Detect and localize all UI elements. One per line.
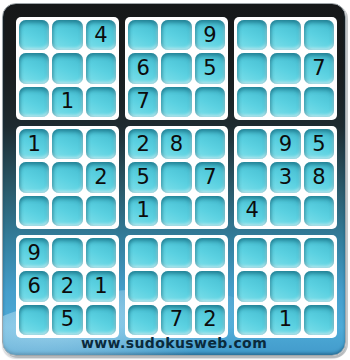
cell-r8c9[interactable]: [304, 271, 334, 301]
cell-r4c8[interactable]: 9: [270, 129, 300, 159]
cell-r1c7[interactable]: [237, 20, 267, 50]
cell-r2c2[interactable]: [52, 53, 82, 83]
board-frame: 419657712285719538496215721 www.sudokusw…: [2, 3, 346, 356]
cell-r1c3[interactable]: 4: [86, 20, 116, 50]
cell-r4c1[interactable]: 1: [19, 129, 49, 159]
cell-r5c4[interactable]: 5: [128, 162, 158, 192]
cell-r1c6[interactable]: 9: [195, 20, 225, 50]
cell-r6c1[interactable]: [19, 196, 49, 226]
cell-r4c5[interactable]: 8: [161, 129, 191, 159]
box-5: 28571: [125, 126, 228, 229]
cell-r1c2[interactable]: [52, 20, 82, 50]
cell-r8c4[interactable]: [128, 271, 158, 301]
cell-r9c5[interactable]: 7: [161, 305, 191, 335]
cell-r4c4[interactable]: 2: [128, 129, 158, 159]
cell-r6c7[interactable]: 4: [237, 196, 267, 226]
box-9: 1: [234, 235, 337, 338]
cell-r1c9[interactable]: [304, 20, 334, 50]
box-7: 96215: [16, 235, 119, 338]
cell-r2c7[interactable]: [237, 53, 267, 83]
cell-r1c5[interactable]: [161, 20, 191, 50]
cell-r6c2[interactable]: [52, 196, 82, 226]
cell-r3c6[interactable]: [195, 87, 225, 117]
cell-r5c9[interactable]: 8: [304, 162, 334, 192]
cell-r4c3[interactable]: [86, 129, 116, 159]
cell-r9c1[interactable]: [19, 305, 49, 335]
cell-r5c1[interactable]: [19, 162, 49, 192]
cell-r6c6[interactable]: [195, 196, 225, 226]
cell-r2c4[interactable]: 6: [128, 53, 158, 83]
cell-r7c4[interactable]: [128, 238, 158, 268]
cell-r2c1[interactable]: [19, 53, 49, 83]
cell-r8c1[interactable]: 6: [19, 271, 49, 301]
cell-r3c2[interactable]: 1: [52, 87, 82, 117]
box-6: 95384: [234, 126, 337, 229]
cell-r4c2[interactable]: [52, 129, 82, 159]
cell-r9c4[interactable]: [128, 305, 158, 335]
cell-r7c8[interactable]: [270, 238, 300, 268]
cell-r4c6[interactable]: [195, 129, 225, 159]
cell-r7c5[interactable]: [161, 238, 191, 268]
cell-r1c4[interactable]: [128, 20, 158, 50]
sudoku-page: 419657712285719538496215721 www.sudokusw…: [0, 0, 350, 360]
cell-r5c5[interactable]: [161, 162, 191, 192]
box-4: 12: [16, 126, 119, 229]
site-url[interactable]: www.sudokusweb.com: [3, 334, 345, 352]
box-2: 9657: [125, 17, 228, 120]
cell-r6c4[interactable]: 1: [128, 196, 158, 226]
cell-r8c3[interactable]: 1: [86, 271, 116, 301]
cell-r4c7[interactable]: [237, 129, 267, 159]
cell-r3c9[interactable]: [304, 87, 334, 117]
cell-r2c3[interactable]: [86, 53, 116, 83]
cell-r9c9[interactable]: [304, 305, 334, 335]
cell-r6c5[interactable]: [161, 196, 191, 226]
cell-r3c4[interactable]: 7: [128, 87, 158, 117]
cell-r9c7[interactable]: [237, 305, 267, 335]
cell-r3c3[interactable]: [86, 87, 116, 117]
cell-r6c9[interactable]: [304, 196, 334, 226]
cell-r9c2[interactable]: 5: [52, 305, 82, 335]
cell-r2c6[interactable]: 5: [195, 53, 225, 83]
cell-r3c5[interactable]: [161, 87, 191, 117]
cell-r8c7[interactable]: [237, 271, 267, 301]
cell-r2c8[interactable]: [270, 53, 300, 83]
cell-r6c8[interactable]: [270, 196, 300, 226]
cell-r9c6[interactable]: 2: [195, 305, 225, 335]
cell-r1c1[interactable]: [19, 20, 49, 50]
cell-r4c9[interactable]: 5: [304, 129, 334, 159]
cell-r2c9[interactable]: 7: [304, 53, 334, 83]
cell-r7c2[interactable]: [52, 238, 82, 268]
cell-r9c8[interactable]: 1: [270, 305, 300, 335]
cell-r7c3[interactable]: [86, 238, 116, 268]
box-8: 72: [125, 235, 228, 338]
cell-r5c6[interactable]: 7: [195, 162, 225, 192]
cell-r5c3[interactable]: 2: [86, 162, 116, 192]
cell-r3c8[interactable]: [270, 87, 300, 117]
cell-r8c2[interactable]: 2: [52, 271, 82, 301]
box-3: 7: [234, 17, 337, 120]
cell-r8c8[interactable]: [270, 271, 300, 301]
cell-r3c7[interactable]: [237, 87, 267, 117]
cell-r8c6[interactable]: [195, 271, 225, 301]
cell-r5c7[interactable]: [237, 162, 267, 192]
cell-r2c5[interactable]: [161, 53, 191, 83]
box-1: 41: [16, 17, 119, 120]
cell-r7c1[interactable]: 9: [19, 238, 49, 268]
cell-r3c1[interactable]: [19, 87, 49, 117]
cell-r7c7[interactable]: [237, 238, 267, 268]
cell-r7c6[interactable]: [195, 238, 225, 268]
cell-r7c9[interactable]: [304, 238, 334, 268]
cell-r1c8[interactable]: [270, 20, 300, 50]
sudoku-board: 419657712285719538496215721: [16, 17, 337, 338]
cell-r8c5[interactable]: [161, 271, 191, 301]
cell-r5c8[interactable]: 3: [270, 162, 300, 192]
cell-r6c3[interactable]: [86, 196, 116, 226]
cell-r9c3[interactable]: [86, 305, 116, 335]
cell-r5c2[interactable]: [52, 162, 82, 192]
